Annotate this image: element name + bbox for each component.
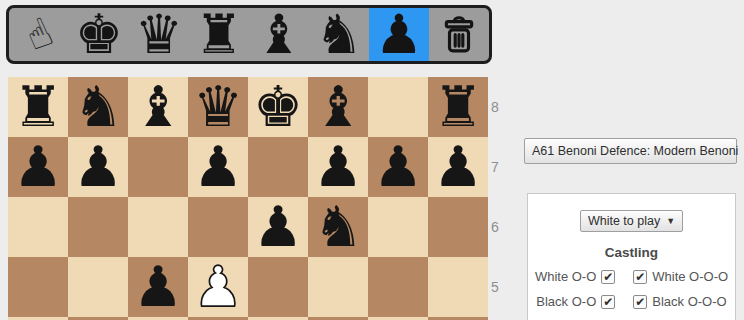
square-c7[interactable] <box>128 137 188 197</box>
square-c8[interactable]: ♝ <box>128 77 188 137</box>
board: ♜♞♝♛♚♝♜♟♟♟♟♟♟♟♞♟♟ <box>8 77 488 320</box>
black-bishop-icon: ♝ <box>255 8 303 61</box>
black-pawn-tool[interactable]: ♟ <box>369 8 429 61</box>
square-g8[interactable] <box>368 77 428 137</box>
turn-select[interactable]: White to play ▼ <box>580 210 683 232</box>
square-h6[interactable] <box>428 197 488 257</box>
square-a5[interactable] <box>8 257 68 317</box>
square-d7[interactable]: ♟ <box>188 137 248 197</box>
square-h7[interactable]: ♟ <box>428 137 488 197</box>
black-knight: ♞ <box>313 197 363 257</box>
square-e5[interactable] <box>248 257 308 317</box>
castling-row-white: White O-O ✔ ✔ White O-O-O <box>528 269 735 284</box>
square-e7[interactable] <box>248 137 308 197</box>
white-pawn: ♟ <box>193 257 243 317</box>
castling-black-ooo-checkbox[interactable]: ✔ <box>633 295 647 309</box>
square-a6[interactable] <box>8 197 68 257</box>
castling-white-ooo-checkbox[interactable]: ✔ <box>633 270 647 284</box>
square-d5[interactable]: ♟ <box>188 257 248 317</box>
square-g5[interactable] <box>368 257 428 317</box>
black-pawn: ♟ <box>313 137 363 197</box>
square-g7[interactable]: ♟ <box>368 137 428 197</box>
rank-label-5: 5 <box>487 279 503 295</box>
castling-white-oo-checkbox[interactable]: ✔ <box>601 270 615 284</box>
square-f6[interactable]: ♞ <box>308 197 368 257</box>
chevron-down-icon: ▼ <box>666 216 675 226</box>
black-pawn-icon: ♟ <box>375 8 423 61</box>
square-g6[interactable] <box>368 197 428 257</box>
black-king-tool[interactable]: ♚ <box>69 8 129 61</box>
black-queen: ♛ <box>193 77 243 137</box>
square-a8[interactable]: ♜ <box>8 77 68 137</box>
square-a7[interactable]: ♟ <box>8 137 68 197</box>
castling-options: White O-O ✔ ✔ White O-O-O Black O-O ✔ ✔ … <box>528 269 735 309</box>
black-pawn: ♟ <box>193 137 243 197</box>
piece-palette-toolbar: ☝ ♚ ♛ ♜ ♝ ♞ ♟ <box>6 5 492 64</box>
black-king-icon: ♚ <box>75 8 123 61</box>
black-pawn: ♟ <box>73 137 123 197</box>
square-b5[interactable] <box>68 257 128 317</box>
square-f7[interactable]: ♟ <box>308 137 368 197</box>
square-b8[interactable]: ♞ <box>68 77 128 137</box>
black-pawn: ♟ <box>133 257 183 317</box>
square-b7[interactable]: ♟ <box>68 137 128 197</box>
castling-title: Castling <box>528 245 735 260</box>
square-f8[interactable]: ♝ <box>308 77 368 137</box>
black-queen-tool[interactable]: ♛ <box>129 8 189 61</box>
black-queen-icon: ♛ <box>135 8 183 61</box>
black-rook: ♜ <box>13 77 63 137</box>
square-e8[interactable]: ♚ <box>248 77 308 137</box>
square-f5[interactable] <box>308 257 368 317</box>
square-h5[interactable] <box>428 257 488 317</box>
black-bishop-tool[interactable]: ♝ <box>249 8 309 61</box>
black-bishop: ♝ <box>133 77 183 137</box>
castling-white-oo-label: White O-O <box>535 269 596 284</box>
black-rook-icon: ♜ <box>195 8 243 61</box>
castling-white-ooo-label: White O-O-O <box>652 269 728 284</box>
square-c5[interactable]: ♟ <box>128 257 188 317</box>
turn-select-label: White to play <box>588 214 660 228</box>
black-pawn: ♟ <box>253 197 303 257</box>
black-rook-tool[interactable]: ♜ <box>189 8 249 61</box>
rank-label-7: 7 <box>487 159 503 175</box>
opening-select-label: A61 Benoni Defence: Modern Benoni <box>532 144 738 158</box>
black-pawn: ♟ <box>13 137 63 197</box>
castling-black-ooo-label: Black O-O-O <box>652 294 726 309</box>
black-bishop: ♝ <box>313 77 363 137</box>
castling-black-queenside: ✔ Black O-O-O <box>633 294 726 309</box>
black-king: ♚ <box>253 77 303 137</box>
black-knight: ♞ <box>73 77 123 137</box>
rank-label-6: 6 <box>487 219 503 235</box>
black-pawn: ♟ <box>433 137 483 197</box>
square-h8[interactable]: ♜ <box>428 77 488 137</box>
square-d6[interactable] <box>188 197 248 257</box>
trash-tool[interactable] <box>429 8 489 61</box>
black-knight-tool[interactable]: ♞ <box>309 8 369 61</box>
square-c6[interactable] <box>128 197 188 257</box>
rank-label-8: 8 <box>487 99 503 115</box>
pointer-tool[interactable]: ☝ <box>9 8 69 61</box>
castling-white-queenside: ✔ White O-O-O <box>633 269 728 284</box>
castling-white-kingside: White O-O ✔ <box>535 269 615 284</box>
castling-black-oo-checkbox[interactable]: ✔ <box>601 295 615 309</box>
castling-black-kingside: Black O-O ✔ <box>536 294 615 309</box>
square-b6[interactable] <box>68 197 128 257</box>
castling-row-black: Black O-O ✔ ✔ Black O-O-O <box>528 294 735 309</box>
black-pawn: ♟ <box>373 137 423 197</box>
hand-pointer-icon: ☝ <box>17 5 61 63</box>
opening-select[interactable]: A61 Benoni Defence: Modern Benoni ▼ <box>524 138 737 164</box>
square-d8[interactable]: ♛ <box>188 77 248 137</box>
black-rook: ♜ <box>433 77 483 137</box>
square-e6[interactable]: ♟ <box>248 197 308 257</box>
trash-icon <box>440 14 478 56</box>
position-settings-card: White to play ▼ Castling White O-O ✔ ✔ W… <box>527 193 736 320</box>
castling-black-oo-label: Black O-O <box>536 294 596 309</box>
black-knight-icon: ♞ <box>315 8 363 61</box>
